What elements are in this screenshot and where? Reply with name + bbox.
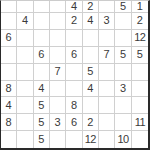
grid-cell-given[interactable]: 6 [66, 114, 82, 131]
grid-cell-given[interactable]: 5 [34, 114, 50, 131]
grid-cell-empty[interactable] [66, 131, 82, 148]
grid-cell-empty[interactable] [1, 47, 17, 64]
puzzle-board: 42514243261266755758443458853621151210 [0, 0, 150, 150]
grid-cell-empty[interactable] [17, 114, 33, 131]
grid-cell-given[interactable]: 3 [99, 13, 115, 30]
grid-cell-empty[interactable] [99, 64, 115, 81]
grid-cell-given[interactable]: 5 [115, 1, 131, 13]
grid-cell-empty[interactable] [1, 13, 17, 30]
grid-cell-empty[interactable] [66, 64, 82, 81]
grid-cell-empty[interactable] [50, 30, 66, 47]
grid-cell-empty[interactable] [99, 97, 115, 114]
grid-cell-given[interactable]: 2 [83, 114, 99, 131]
grid-cell-given[interactable]: 5 [115, 47, 131, 64]
grid-cell-empty[interactable] [1, 1, 17, 13]
grid-cell-empty[interactable] [115, 30, 131, 47]
grid-cell-empty[interactable] [115, 97, 131, 114]
grid-cell-given[interactable]: 5 [83, 64, 99, 81]
grid-cell-empty[interactable] [50, 81, 66, 98]
grid-cell-empty[interactable] [132, 97, 148, 114]
grid-cell-given[interactable]: 5 [132, 47, 148, 64]
grid-cell-empty[interactable] [17, 1, 33, 13]
grid-cell-empty[interactable] [99, 131, 115, 148]
grid-cell-given[interactable]: 10 [115, 131, 131, 148]
grid-cell-empty[interactable] [50, 97, 66, 114]
grid-cell-empty[interactable] [83, 30, 99, 47]
grid-cell-empty[interactable] [34, 64, 50, 81]
grid-cell-empty[interactable] [1, 131, 17, 148]
grid-cell-empty[interactable] [99, 114, 115, 131]
grid-cell-empty[interactable] [34, 13, 50, 30]
grid-cell-empty[interactable] [132, 131, 148, 148]
grid-cell-empty[interactable] [50, 13, 66, 30]
grid-cell-given[interactable]: 12 [132, 30, 148, 47]
grid-cell-given[interactable]: 6 [66, 47, 82, 64]
grid-cell-empty[interactable] [17, 97, 33, 114]
grid-cell-empty[interactable] [115, 64, 131, 81]
grid-cell-given[interactable]: 8 [66, 97, 82, 114]
grid-cell-given[interactable]: 6 [1, 30, 17, 47]
grid-cell-given[interactable]: 4 [17, 13, 33, 30]
grid-cell-given[interactable]: 3 [115, 81, 131, 98]
grid-cell-given[interactable]: 11 [132, 114, 148, 131]
grid-cell-empty[interactable] [17, 30, 33, 47]
grid-cell-given[interactable]: 5 [34, 97, 50, 114]
grid-cell-given[interactable]: 6 [34, 47, 50, 64]
grid-cell-empty[interactable] [66, 81, 82, 98]
grid-cell-given[interactable]: 2 [83, 1, 99, 13]
grid-cell-given[interactable]: 8 [1, 81, 17, 98]
grid-cell-given[interactable]: 8 [1, 114, 17, 131]
grid-cell-given[interactable]: 7 [50, 64, 66, 81]
grid-cell-empty[interactable] [83, 97, 99, 114]
grid-cell-empty[interactable] [99, 1, 115, 13]
grid-cell-empty[interactable] [17, 81, 33, 98]
grid-cell-empty[interactable] [17, 47, 33, 64]
grid-cell-given[interactable]: 4 [83, 81, 99, 98]
grid-cell-given[interactable]: 1 [132, 1, 148, 13]
grid-cell-given[interactable]: 5 [34, 131, 50, 148]
grid-cell-empty[interactable] [83, 47, 99, 64]
grid-cell-empty[interactable] [115, 13, 131, 30]
grid-cell-given[interactable]: 12 [83, 131, 99, 148]
grid-cell-empty[interactable] [115, 114, 131, 131]
grid-cell-given[interactable]: 4 [83, 13, 99, 30]
grid-cell-empty[interactable] [17, 131, 33, 148]
grid-cell-empty[interactable] [132, 81, 148, 98]
grid-cell-empty[interactable] [50, 1, 66, 13]
grid-cell-given[interactable]: 7 [99, 47, 115, 64]
grid-cell-empty[interactable] [66, 30, 82, 47]
grid-cell-empty[interactable] [17, 64, 33, 81]
grid-cell-empty[interactable] [132, 64, 148, 81]
grid-cell-empty[interactable] [34, 30, 50, 47]
grid-cell-empty[interactable] [99, 81, 115, 98]
grid-cell-empty[interactable] [34, 1, 50, 13]
grid-cell-empty[interactable] [50, 47, 66, 64]
grid-cell-empty[interactable] [99, 30, 115, 47]
grid-cell-given[interactable]: 2 [132, 13, 148, 30]
grid-cell-empty[interactable] [1, 64, 17, 81]
grid-cell-empty[interactable] [50, 131, 66, 148]
grid-cell-given[interactable]: 2 [66, 13, 82, 30]
grid-cell-given[interactable]: 4 [1, 97, 17, 114]
grid-cell-given[interactable]: 4 [34, 81, 50, 98]
grid-cell-given[interactable]: 4 [66, 1, 82, 13]
grid-cell-given[interactable]: 3 [50, 114, 66, 131]
